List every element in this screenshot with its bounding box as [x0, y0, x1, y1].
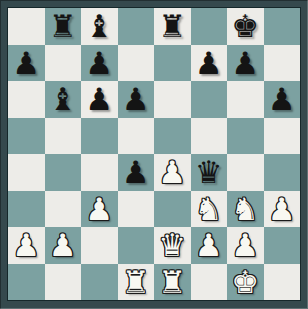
- piece-black-queen-f4[interactable]: ♛: [195, 154, 223, 191]
- piece-white-pawn-a2[interactable]: ♟: [12, 227, 40, 264]
- piece-black-pawn-d4[interactable]: ♟: [122, 154, 150, 191]
- piece-black-bishop-b6[interactable]: ♝: [49, 81, 77, 118]
- square-b4[interactable]: [45, 154, 82, 191]
- square-g2[interactable]: ♟: [227, 227, 264, 264]
- square-b5[interactable]: [45, 118, 82, 155]
- square-c8[interactable]: ♝: [81, 8, 118, 45]
- square-g4[interactable]: [227, 154, 264, 191]
- square-f2[interactable]: ♟: [191, 227, 228, 264]
- square-h1[interactable]: [264, 264, 301, 301]
- square-c6[interactable]: ♟: [81, 81, 118, 118]
- square-c1[interactable]: [81, 264, 118, 301]
- square-h2[interactable]: [264, 227, 301, 264]
- square-b7[interactable]: [45, 45, 82, 82]
- square-c4[interactable]: [81, 154, 118, 191]
- square-a8[interactable]: [8, 8, 45, 45]
- square-f5[interactable]: [191, 118, 228, 155]
- square-e1[interactable]: ♜: [154, 264, 191, 301]
- square-h4[interactable]: [264, 154, 301, 191]
- square-d6[interactable]: ♟: [118, 81, 155, 118]
- piece-white-rook-d1[interactable]: ♜: [122, 264, 150, 301]
- square-d3[interactable]: [118, 191, 155, 228]
- piece-white-pawn-g2[interactable]: ♟: [231, 227, 259, 264]
- square-d1[interactable]: ♜: [118, 264, 155, 301]
- piece-black-pawn-d6[interactable]: ♟: [122, 81, 150, 118]
- square-h5[interactable]: [264, 118, 301, 155]
- square-c2[interactable]: [81, 227, 118, 264]
- square-c7[interactable]: ♟: [81, 45, 118, 82]
- square-d7[interactable]: [118, 45, 155, 82]
- square-e2[interactable]: ♛: [154, 227, 191, 264]
- square-g3[interactable]: ♞: [227, 191, 264, 228]
- square-e4[interactable]: ♟: [154, 154, 191, 191]
- piece-white-knight-f3[interactable]: ♞: [195, 191, 223, 228]
- square-h3[interactable]: ♟: [264, 191, 301, 228]
- square-e6[interactable]: [154, 81, 191, 118]
- square-b6[interactable]: ♝: [45, 81, 82, 118]
- chess-board-frame: ♜♝♜♚♟♟♟♟♝♟♟♟♟♟♛♟♞♞♟♟♟♛♟♟♜♜♚: [0, 0, 308, 309]
- piece-black-pawn-a7[interactable]: ♟: [12, 45, 40, 82]
- square-a2[interactable]: ♟: [8, 227, 45, 264]
- square-d4[interactable]: ♟: [118, 154, 155, 191]
- square-e8[interactable]: ♜: [154, 8, 191, 45]
- piece-white-pawn-f2[interactable]: ♟: [195, 227, 223, 264]
- piece-black-rook-b8[interactable]: ♜: [49, 8, 77, 45]
- square-a7[interactable]: ♟: [8, 45, 45, 82]
- square-b1[interactable]: [45, 264, 82, 301]
- square-b8[interactable]: ♜: [45, 8, 82, 45]
- square-b2[interactable]: ♟: [45, 227, 82, 264]
- piece-black-pawn-c6[interactable]: ♟: [85, 81, 113, 118]
- square-a3[interactable]: [8, 191, 45, 228]
- square-f7[interactable]: ♟: [191, 45, 228, 82]
- piece-black-pawn-g7[interactable]: ♟: [231, 45, 259, 82]
- square-e5[interactable]: [154, 118, 191, 155]
- piece-white-knight-g3[interactable]: ♞: [231, 191, 259, 228]
- square-f8[interactable]: [191, 8, 228, 45]
- square-d5[interactable]: [118, 118, 155, 155]
- square-a1[interactable]: [8, 264, 45, 301]
- square-f6[interactable]: [191, 81, 228, 118]
- piece-white-queen-e2[interactable]: ♛: [158, 227, 186, 264]
- chess-board: ♜♝♜♚♟♟♟♟♝♟♟♟♟♟♛♟♞♞♟♟♟♛♟♟♜♜♚: [8, 8, 300, 300]
- piece-black-pawn-f7[interactable]: ♟: [195, 45, 223, 82]
- square-h6[interactable]: ♟: [264, 81, 301, 118]
- piece-white-pawn-e4[interactable]: ♟: [158, 154, 186, 191]
- square-h7[interactable]: [264, 45, 301, 82]
- piece-black-king-g8[interactable]: ♚: [231, 8, 259, 45]
- piece-white-king-g1[interactable]: ♚: [231, 264, 259, 301]
- square-g7[interactable]: ♟: [227, 45, 264, 82]
- square-e3[interactable]: [154, 191, 191, 228]
- square-g6[interactable]: [227, 81, 264, 118]
- square-g1[interactable]: ♚: [227, 264, 264, 301]
- square-g5[interactable]: [227, 118, 264, 155]
- square-h8[interactable]: [264, 8, 301, 45]
- square-e7[interactable]: [154, 45, 191, 82]
- square-a4[interactable]: [8, 154, 45, 191]
- square-a6[interactable]: [8, 81, 45, 118]
- square-a5[interactable]: [8, 118, 45, 155]
- square-b3[interactable]: [45, 191, 82, 228]
- piece-black-pawn-h6[interactable]: ♟: [268, 81, 296, 118]
- piece-black-rook-e8[interactable]: ♜: [158, 8, 186, 45]
- piece-white-rook-e1[interactable]: ♜: [158, 264, 186, 301]
- piece-white-pawn-b2[interactable]: ♟: [49, 227, 77, 264]
- square-f3[interactable]: ♞: [191, 191, 228, 228]
- square-d2[interactable]: [118, 227, 155, 264]
- piece-black-bishop-c8[interactable]: ♝: [85, 8, 113, 45]
- square-c5[interactable]: [81, 118, 118, 155]
- square-d8[interactable]: [118, 8, 155, 45]
- square-g8[interactable]: ♚: [227, 8, 264, 45]
- square-f1[interactable]: [191, 264, 228, 301]
- square-c3[interactable]: ♟: [81, 191, 118, 228]
- square-f4[interactable]: ♛: [191, 154, 228, 191]
- piece-white-pawn-c3[interactable]: ♟: [85, 191, 113, 228]
- piece-white-pawn-h3[interactable]: ♟: [268, 191, 296, 228]
- piece-black-pawn-c7[interactable]: ♟: [85, 45, 113, 82]
